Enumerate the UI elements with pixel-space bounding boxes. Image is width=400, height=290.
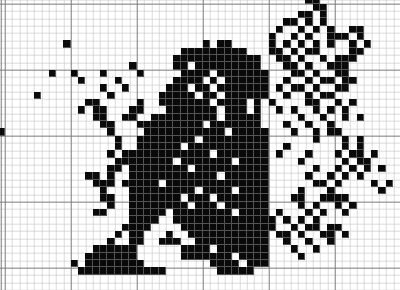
- stitch-cell-empty: [378, 84, 385, 91]
- stitch-cell-black: [137, 187, 144, 194]
- stitch-cell-empty: [276, 99, 283, 106]
- stitch-cell-empty: [393, 26, 400, 33]
- stitch-cell-empty: [100, 231, 107, 238]
- stitch-cell-empty: [71, 48, 78, 55]
- stitch-cell-black: [225, 194, 232, 201]
- stitch-cell-empty: [291, 114, 298, 121]
- stitch-cell-black: [261, 84, 268, 91]
- stitch-cell-empty: [122, 165, 129, 172]
- stitch-cell-black: [298, 187, 305, 194]
- stitch-cell-empty: [34, 33, 41, 40]
- stitch-cell-black: [166, 128, 173, 135]
- stitch-cell-empty: [19, 180, 26, 187]
- stitch-cell-empty: [335, 136, 342, 143]
- stitch-cell-empty: [254, 40, 261, 47]
- stitch-cell-empty: [173, 4, 180, 11]
- stitch-cell-black: [151, 172, 158, 179]
- stitch-cell-empty: [27, 84, 34, 91]
- stitch-cell-empty: [371, 267, 378, 274]
- stitch-cell-empty: [19, 224, 26, 231]
- stitch-cell-black: [313, 70, 320, 77]
- stitch-cell-black: [261, 143, 268, 150]
- stitch-cell-empty: [19, 48, 26, 55]
- stitch-cell-empty: [276, 92, 283, 99]
- stitch-cell-black: [254, 92, 261, 99]
- stitch-cell-black: [144, 165, 151, 172]
- stitch-cell-empty: [115, 55, 122, 62]
- stitch-cell-black: [122, 267, 129, 274]
- stitch-cell-empty: [144, 84, 151, 91]
- stitch-cell-empty: [115, 33, 122, 40]
- stitch-cell-black: [254, 224, 261, 231]
- stitch-cell-empty: [100, 165, 107, 172]
- stitch-cell-black: [239, 231, 246, 238]
- stitch-cell-empty: [386, 70, 393, 77]
- stitch-cell-black: [349, 26, 356, 33]
- stitch-cell-black: [173, 202, 180, 209]
- stitch-cell-black: [173, 216, 180, 223]
- stitch-cell-black: [335, 194, 342, 201]
- stitch-cell-black: [71, 260, 78, 267]
- stitch-cell-black: [195, 121, 202, 128]
- stitch-cell-black: [203, 99, 210, 106]
- stitch-cell-empty: [386, 99, 393, 106]
- stitch-cell-empty: [371, 282, 378, 289]
- stitch-cell-black: [107, 267, 114, 274]
- stitch-cell-empty: [232, 18, 239, 25]
- stitch-cell-empty: [327, 209, 334, 216]
- stitch-cell-black: [210, 158, 217, 165]
- stitch-cell-black: [313, 99, 320, 106]
- stitch-cell-empty: [41, 260, 48, 267]
- stitch-cell-black: [313, 180, 320, 187]
- stitch-cell-black: [313, 4, 320, 11]
- stitch-cell-empty: [100, 172, 107, 179]
- stitch-cell-empty: [85, 62, 92, 69]
- stitch-cell-empty: [93, 158, 100, 165]
- stitch-cell-empty: [364, 92, 371, 99]
- stitch-cell-empty: [364, 128, 371, 135]
- stitch-cell-empty: [269, 114, 276, 121]
- stitch-cell-black: [203, 253, 210, 260]
- stitch-cell-empty: [5, 136, 12, 143]
- stitch-cell-empty: [269, 231, 276, 238]
- stitch-cell-empty: [291, 180, 298, 187]
- stitch-cell-empty: [12, 194, 19, 201]
- stitch-cell-black: [173, 99, 180, 106]
- stitch-cell-empty: [5, 202, 12, 209]
- stitch-cell-empty: [63, 114, 70, 121]
- stitch-cell-empty: [93, 92, 100, 99]
- stitch-cell-black: [254, 150, 261, 157]
- stitch-cell-empty: [195, 4, 202, 11]
- stitch-cell-empty: [19, 216, 26, 223]
- stitch-cell-empty: [393, 77, 400, 84]
- stitch-cell-empty: [85, 77, 92, 84]
- stitch-cell-empty: [393, 238, 400, 245]
- stitch-cell-empty: [5, 158, 12, 165]
- stitch-cell-empty: [342, 128, 349, 135]
- stitch-cell-black: [261, 165, 268, 172]
- stitch-cell-black: [195, 224, 202, 231]
- stitch-cell-black: [247, 62, 254, 69]
- stitch-cell-empty: [151, 245, 158, 252]
- stitch-cell-empty: [335, 18, 342, 25]
- stitch-cell-empty: [320, 275, 327, 282]
- stitch-cell-empty: [129, 99, 136, 106]
- stitch-cell-empty: [129, 48, 136, 55]
- stitch-cell-empty: [166, 26, 173, 33]
- stitch-cell-empty: [225, 275, 232, 282]
- stitch-cell-empty: [27, 40, 34, 47]
- stitch-cell-empty: [349, 224, 356, 231]
- stitch-cell-empty: [159, 70, 166, 77]
- stitch-cell-black: [151, 150, 158, 157]
- stitch-cell-empty: [320, 150, 327, 157]
- stitch-cell-empty: [144, 106, 151, 113]
- stitch-cell-empty: [378, 260, 385, 267]
- stitch-cell-empty: [71, 202, 78, 209]
- stitch-cell-empty: [100, 143, 107, 150]
- stitch-cell-empty: [349, 128, 356, 135]
- stitch-cell-empty: [115, 224, 122, 231]
- stitch-cell-black: [342, 62, 349, 69]
- stitch-cell-black: [115, 165, 122, 172]
- stitch-cell-black: [203, 114, 210, 121]
- stitch-cell-empty: [56, 11, 63, 18]
- stitch-cell-empty: [386, 253, 393, 260]
- stitch-cell-black: [173, 143, 180, 150]
- stitch-cell-empty: [386, 245, 393, 252]
- stitch-cell-black: [217, 231, 224, 238]
- stitch-cell-empty: [151, 62, 158, 69]
- stitch-cell-empty: [327, 136, 334, 143]
- stitch-cell-empty: [276, 70, 283, 77]
- stitch-cell-empty: [34, 158, 41, 165]
- stitch-cell-empty: [56, 187, 63, 194]
- stitch-cell-black: [305, 224, 312, 231]
- stitch-cell-black: [115, 143, 122, 150]
- stitch-cell-empty: [393, 48, 400, 55]
- stitch-cell-empty: [254, 48, 261, 55]
- stitch-cell-empty: [357, 187, 364, 194]
- stitch-cell-empty: [100, 11, 107, 18]
- stitch-cell-black: [188, 77, 195, 84]
- stitch-cell-empty: [63, 202, 70, 209]
- stitch-cell-black: [210, 172, 217, 179]
- stitch-cell-empty: [49, 158, 56, 165]
- stitch-cell-empty: [63, 62, 70, 69]
- stitch-cell-empty: [305, 55, 312, 62]
- stitch-cell-empty: [49, 18, 56, 25]
- stitch-cell-empty: [298, 4, 305, 11]
- stitch-cell-empty: [342, 48, 349, 55]
- stitch-cell-empty: [166, 4, 173, 11]
- stitch-cell-empty: [100, 150, 107, 157]
- stitch-cell-black: [100, 253, 107, 260]
- stitch-cell-black: [188, 180, 195, 187]
- stitch-cell-black: [137, 180, 144, 187]
- stitch-cell-empty: [71, 33, 78, 40]
- stitch-cell-black: [327, 92, 334, 99]
- stitch-cell-black: [173, 77, 180, 84]
- stitch-cell-black: [364, 165, 371, 172]
- stitch-cell-black: [254, 194, 261, 201]
- stitch-cell-empty: [188, 275, 195, 282]
- stitch-cell-empty: [56, 267, 63, 274]
- stitch-cell-black: [357, 48, 364, 55]
- stitch-cell-empty: [71, 121, 78, 128]
- stitch-cell-empty: [5, 18, 12, 25]
- stitch-cell-empty: [78, 209, 85, 216]
- stitch-cell-empty: [386, 4, 393, 11]
- stitch-cell-empty: [5, 150, 12, 157]
- stitch-cell-empty: [313, 143, 320, 150]
- stitch-cell-black: [335, 33, 342, 40]
- stitch-cell-empty: [100, 33, 107, 40]
- stitch-cell-empty: [335, 209, 342, 216]
- stitch-cell-black: [254, 231, 261, 238]
- stitch-cell-empty: [49, 121, 56, 128]
- stitch-cell-black: [247, 165, 254, 172]
- stitch-cell-empty: [159, 62, 166, 69]
- stitch-cell-empty: [78, 18, 85, 25]
- stitch-cell-black: [129, 224, 136, 231]
- stitch-cell-empty: [320, 267, 327, 274]
- stitch-cell-empty: [78, 92, 85, 99]
- stitch-cell-empty: [371, 62, 378, 69]
- stitch-cell-empty: [166, 33, 173, 40]
- stitch-cell-empty: [364, 209, 371, 216]
- stitch-cell-empty: [49, 282, 56, 289]
- stitch-cell-empty: [12, 238, 19, 245]
- stitch-cell-empty: [159, 26, 166, 33]
- stitch-cell-empty: [305, 231, 312, 238]
- stitch-cell-empty: [357, 70, 364, 77]
- stitch-cell-black: [115, 231, 122, 238]
- stitch-cell-empty: [298, 150, 305, 157]
- stitch-cell-empty: [298, 92, 305, 99]
- stitch-cell-black: [195, 216, 202, 223]
- stitch-cell-empty: [181, 4, 188, 11]
- stitch-cell-empty: [393, 143, 400, 150]
- stitch-cell-black: [188, 224, 195, 231]
- stitch-cell-empty: [159, 245, 166, 252]
- stitch-cell-black: [173, 55, 180, 62]
- stitch-cell-empty: [78, 121, 85, 128]
- stitch-cell-empty: [85, 40, 92, 47]
- stitch-cell-black: [203, 172, 210, 179]
- stitch-cell-black: [203, 55, 210, 62]
- stitch-cell-empty: [261, 48, 268, 55]
- stitch-cell-black: [210, 106, 217, 113]
- stitch-cell-empty: [393, 260, 400, 267]
- stitch-cell-black: [305, 92, 312, 99]
- stitch-cell-empty: [27, 26, 34, 33]
- stitch-cell-empty: [5, 26, 12, 33]
- stitch-cell-black: [305, 62, 312, 69]
- stitch-cell-empty: [34, 180, 41, 187]
- stitch-cell-empty: [291, 150, 298, 157]
- stitch-cell-empty: [386, 114, 393, 121]
- stitch-cell-empty: [49, 128, 56, 135]
- stitch-cell-empty: [27, 165, 34, 172]
- stitch-cell-black: [232, 231, 239, 238]
- stitch-cell-empty: [283, 224, 290, 231]
- stitch-cell-empty: [78, 172, 85, 179]
- stitch-cell-black: [239, 187, 246, 194]
- stitch-cell-empty: [85, 4, 92, 11]
- stitch-cell-black: [342, 158, 349, 165]
- stitch-cell-empty: [71, 18, 78, 25]
- stitch-cell-empty: [19, 209, 26, 216]
- stitch-cell-empty: [291, 238, 298, 245]
- stitch-cell-empty: [34, 202, 41, 209]
- stitch-cell-empty: [166, 275, 173, 282]
- stitch-cell-black: [129, 209, 136, 216]
- stitch-cell-empty: [327, 253, 334, 260]
- stitch-cell-empty: [78, 202, 85, 209]
- stitch-cell-empty: [122, 282, 129, 289]
- stitch-cell-empty: [327, 4, 334, 11]
- stitch-cell-empty: [283, 209, 290, 216]
- stitch-cell-black: [195, 128, 202, 135]
- stitch-cell-black: [195, 62, 202, 69]
- stitch-cell-black: [195, 165, 202, 172]
- stitch-cell-empty: [34, 238, 41, 245]
- stitch-cell-empty: [320, 172, 327, 179]
- stitch-cell-empty: [41, 150, 48, 157]
- stitch-cell-black: [166, 187, 173, 194]
- stitch-cell-empty: [159, 106, 166, 113]
- stitch-cell-empty: [269, 84, 276, 91]
- stitch-cell-black: [181, 209, 188, 216]
- stitch-cell-empty: [371, 231, 378, 238]
- stitch-cell-black: [100, 114, 107, 121]
- stitch-cell-empty: [364, 202, 371, 209]
- stitch-cell-empty: [85, 121, 92, 128]
- stitch-cell-empty: [122, 209, 129, 216]
- stitch-cell-black: [232, 267, 239, 274]
- stitch-cell-empty: [335, 216, 342, 223]
- stitch-cell-empty: [393, 18, 400, 25]
- stitch-cell-empty: [56, 33, 63, 40]
- stitch-cell-black: [217, 136, 224, 143]
- stitch-cell-black: [225, 165, 232, 172]
- stitch-cell-black: [239, 143, 246, 150]
- stitch-cell-empty: [27, 18, 34, 25]
- stitch-cell-black: [166, 194, 173, 201]
- stitch-cell-black: [34, 92, 41, 99]
- stitch-cell-black: [129, 253, 136, 260]
- stitch-cell-empty: [327, 18, 334, 25]
- stitch-cell-empty: [327, 245, 334, 252]
- stitch-cell-empty: [291, 158, 298, 165]
- stitch-cell-empty: [19, 77, 26, 84]
- stitch-cell-empty: [349, 92, 356, 99]
- stitch-cell-black: [129, 150, 136, 157]
- stitch-cell-empty: [49, 92, 56, 99]
- stitch-cell-black: [107, 121, 114, 128]
- stitch-cell-empty: [122, 4, 129, 11]
- stitch-cell-black: [181, 114, 188, 121]
- stitch-cell-empty: [107, 114, 114, 121]
- stitch-cell-empty: [159, 33, 166, 40]
- stitch-cell-empty: [41, 4, 48, 11]
- stitch-cell-empty: [151, 40, 158, 47]
- stitch-cell-empty: [283, 48, 290, 55]
- stitch-cell-black: [342, 70, 349, 77]
- stitch-cell-empty: [63, 231, 70, 238]
- stitch-cell-empty: [56, 224, 63, 231]
- stitch-cell-black: [166, 238, 173, 245]
- stitch-cell-empty: [100, 136, 107, 143]
- stitch-cell-empty: [276, 260, 283, 267]
- stitch-cell-empty: [63, 194, 70, 201]
- stitch-cell-black: [181, 106, 188, 113]
- stitch-cell-empty: [34, 136, 41, 143]
- stitch-cell-empty: [19, 267, 26, 274]
- stitch-cell-empty: [93, 224, 100, 231]
- stitch-cell-empty: [159, 282, 166, 289]
- stitch-cell-empty: [364, 33, 371, 40]
- stitch-cell-empty: [283, 70, 290, 77]
- stitch-cell-empty: [291, 143, 298, 150]
- stitch-cell-black: [144, 267, 151, 274]
- stitch-cell-empty: [393, 150, 400, 157]
- stitch-cell-black: [320, 180, 327, 187]
- stitch-cell-empty: [56, 128, 63, 135]
- stitch-cell-empty: [261, 18, 268, 25]
- stitch-cell-empty: [93, 194, 100, 201]
- stitch-cell-black: [225, 202, 232, 209]
- stitch-cell-black: [107, 150, 114, 157]
- stitch-cell-empty: [115, 275, 122, 282]
- stitch-cell-black: [261, 245, 268, 252]
- stitch-cell-black: [137, 106, 144, 113]
- stitch-cell-empty: [41, 84, 48, 91]
- stitch-cell-empty: [378, 231, 385, 238]
- stitch-cell-empty: [313, 150, 320, 157]
- stitch-cell-empty: [261, 40, 268, 47]
- stitch-cell-empty: [78, 70, 85, 77]
- stitch-cell-black: [203, 224, 210, 231]
- stitch-cell-empty: [217, 92, 224, 99]
- stitch-cell-empty: [386, 150, 393, 157]
- stitch-cell-empty: [371, 172, 378, 179]
- stitch-cell-empty: [49, 238, 56, 245]
- stitch-cell-empty: [393, 92, 400, 99]
- stitch-cell-black: [313, 202, 320, 209]
- stitch-cell-empty: [19, 40, 26, 47]
- stitch-cell-empty: [19, 136, 26, 143]
- stitch-cell-empty: [137, 275, 144, 282]
- stitch-cell-empty: [56, 172, 63, 179]
- stitch-cell-black: [254, 99, 261, 106]
- stitch-cell-empty: [276, 33, 283, 40]
- stitch-cell-empty: [320, 158, 327, 165]
- stitch-cell-black: [247, 128, 254, 135]
- stitch-cell-empty: [342, 245, 349, 252]
- stitch-cell-black: [203, 128, 210, 135]
- stitch-cell-black: [93, 260, 100, 267]
- stitch-cell-empty: [144, 70, 151, 77]
- stitch-cell-empty: [5, 231, 12, 238]
- stitch-cell-empty: [239, 40, 246, 47]
- stitch-cell-black: [232, 62, 239, 69]
- stitch-cell-empty: [386, 48, 393, 55]
- stitch-cell-empty: [364, 172, 371, 179]
